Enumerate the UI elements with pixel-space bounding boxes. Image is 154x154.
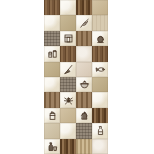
tile-cell-r6c1 bbox=[44, 77, 60, 92]
tile-cell-r9c1 bbox=[44, 123, 60, 138]
cupboard-icon bbox=[63, 33, 74, 44]
pot-icon bbox=[79, 79, 90, 90]
kettle-icon bbox=[95, 33, 106, 44]
jars-icon bbox=[47, 48, 58, 59]
tile-cell-r3c1 bbox=[44, 31, 60, 46]
tile-cell-r8c1 bbox=[44, 108, 60, 123]
tile-cell-r9c2 bbox=[60, 123, 76, 138]
tile-cell-r1c1 bbox=[44, 0, 60, 15]
tile-cell-r3c3 bbox=[76, 31, 92, 46]
tile-cell-r3c4 bbox=[92, 31, 108, 46]
tile-cell-r3c2 bbox=[60, 31, 76, 46]
tile-cell-r1c4 bbox=[92, 0, 108, 15]
tile-cell-r10c2 bbox=[60, 139, 76, 154]
tile-cell-r7c4 bbox=[92, 92, 108, 107]
jar-icon bbox=[47, 110, 58, 121]
tile-cell-r4c1 bbox=[44, 46, 60, 61]
tile-cell-r6c2 bbox=[60, 77, 76, 92]
tile-cell-r10c1 bbox=[44, 139, 60, 154]
tile-cell-r8c4 bbox=[92, 108, 108, 123]
tile-cell-r10c4 bbox=[92, 139, 108, 154]
tile-cell-r7c2 bbox=[60, 92, 76, 107]
spider-icon bbox=[63, 95, 74, 106]
tile-cell-r5c4 bbox=[92, 62, 108, 77]
tile-cell-r5c2 bbox=[60, 62, 76, 77]
bottle-glass-icon bbox=[47, 141, 58, 152]
tile-cell-r4c2 bbox=[60, 46, 76, 61]
feather-icon bbox=[79, 18, 90, 29]
tile-cell-r6c4 bbox=[92, 77, 108, 92]
tile-cell-r9c4 bbox=[92, 123, 108, 138]
tile-cell-r2c1 bbox=[44, 15, 60, 30]
tile-cell-r7c3 bbox=[76, 92, 92, 107]
tile-cell-r7c1 bbox=[44, 92, 60, 107]
tile-cell-r1c2 bbox=[60, 0, 76, 15]
tile-cell-r2c2 bbox=[60, 15, 76, 30]
product-photo-background bbox=[0, 0, 154, 154]
coffeepot-icon bbox=[79, 110, 90, 121]
tile-cell-r6c3 bbox=[76, 77, 92, 92]
tile-cell-r10c3 bbox=[76, 139, 92, 154]
tile-cell-r8c3 bbox=[76, 108, 92, 123]
mosaic-tile-strip bbox=[44, 0, 108, 154]
tile-cell-r9c3 bbox=[76, 123, 92, 138]
tile-cell-r5c1 bbox=[44, 62, 60, 77]
tile-cell-r8c2 bbox=[60, 108, 76, 123]
tile-cell-r2c4 bbox=[92, 15, 108, 30]
broom-icon bbox=[63, 64, 74, 75]
tile-cell-r1c3 bbox=[76, 0, 92, 15]
fish-icon bbox=[95, 64, 106, 75]
tile-cell-r2c3 bbox=[76, 15, 92, 30]
tile-cell-r5c3 bbox=[76, 62, 92, 77]
tile-cell-r4c3 bbox=[76, 46, 92, 61]
bottle-icon bbox=[95, 125, 106, 136]
tile-cell-r4c4 bbox=[92, 46, 108, 61]
